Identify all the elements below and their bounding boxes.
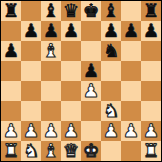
white-king: ♚	[81, 141, 101, 161]
white-rook: ♜	[141, 141, 161, 161]
square-b7[interactable]: ♟	[21, 21, 41, 41]
black-bishop: ♝	[101, 1, 121, 21]
white-pawn: ♟	[61, 121, 81, 141]
white-queen: ♛	[61, 141, 81, 161]
white-knight: ♞	[101, 101, 121, 121]
white-pawn: ♟	[21, 121, 41, 141]
square-d6[interactable]	[61, 41, 81, 61]
white-pawn: ♟	[121, 121, 141, 141]
square-a1[interactable]: ♜	[1, 141, 21, 161]
square-b2[interactable]: ♟	[21, 121, 41, 141]
square-h6[interactable]	[141, 41, 161, 61]
square-a8[interactable]: ♜	[1, 1, 21, 21]
black-pawn: ♟	[1, 41, 21, 61]
white-pawn: ♟	[1, 121, 21, 141]
white-pawn: ♟	[41, 121, 61, 141]
square-b4[interactable]	[21, 81, 41, 101]
black-pawn: ♟	[41, 21, 61, 41]
square-a5[interactable]	[1, 61, 21, 81]
square-e8[interactable]: ♚	[81, 1, 101, 21]
square-e2[interactable]	[81, 121, 101, 141]
square-f3[interactable]: ♞	[101, 101, 121, 121]
square-h4[interactable]	[141, 81, 161, 101]
square-e6[interactable]	[81, 41, 101, 61]
square-d1[interactable]: ♛	[61, 141, 81, 161]
black-pawn: ♟	[141, 21, 161, 41]
square-c1[interactable]: ♝	[41, 141, 61, 161]
square-b3[interactable]	[21, 101, 41, 121]
black-pawn: ♟	[61, 21, 81, 41]
black-pawn: ♟	[101, 21, 121, 41]
square-a2[interactable]: ♟	[1, 121, 21, 141]
square-f4[interactable]	[101, 81, 121, 101]
white-rook: ♜	[1, 141, 21, 161]
black-rook: ♜	[141, 1, 161, 21]
white-bishop: ♝	[41, 41, 61, 61]
square-e4[interactable]: ♟	[81, 81, 101, 101]
square-c6[interactable]: ♝	[41, 41, 61, 61]
square-a6[interactable]: ♟	[1, 41, 21, 61]
black-bishop: ♝	[41, 1, 61, 21]
square-b1[interactable]: ♞	[21, 141, 41, 161]
square-g2[interactable]: ♟	[121, 121, 141, 141]
square-g6[interactable]	[121, 41, 141, 61]
square-f2[interactable]: ♟	[101, 121, 121, 141]
square-c2[interactable]: ♟	[41, 121, 61, 141]
square-h1[interactable]: ♜	[141, 141, 161, 161]
black-pawn: ♟	[21, 21, 41, 41]
square-c5[interactable]	[41, 61, 61, 81]
white-knight: ♞	[21, 141, 41, 161]
square-g8[interactable]	[121, 1, 141, 21]
square-e3[interactable]	[81, 101, 101, 121]
black-pawn: ♟	[81, 61, 101, 81]
square-b6[interactable]	[21, 41, 41, 61]
square-g5[interactable]	[121, 61, 141, 81]
square-c8[interactable]: ♝	[41, 1, 61, 21]
square-g7[interactable]: ♟	[121, 21, 141, 41]
square-h3[interactable]	[141, 101, 161, 121]
square-h2[interactable]: ♟	[141, 121, 161, 141]
square-e5[interactable]: ♟	[81, 61, 101, 81]
square-f1[interactable]	[101, 141, 121, 161]
square-b8[interactable]	[21, 1, 41, 21]
white-pawn: ♟	[81, 81, 101, 101]
square-f8[interactable]: ♝	[101, 1, 121, 21]
square-g1[interactable]	[121, 141, 141, 161]
white-pawn: ♟	[101, 121, 121, 141]
black-pawn: ♟	[121, 21, 141, 41]
square-a3[interactable]	[1, 101, 21, 121]
white-pawn: ♟	[141, 121, 161, 141]
black-king: ♚	[81, 1, 101, 21]
square-c4[interactable]	[41, 81, 61, 101]
square-h8[interactable]: ♜	[141, 1, 161, 21]
square-c7[interactable]: ♟	[41, 21, 61, 41]
black-queen: ♛	[61, 1, 81, 21]
square-f5[interactable]	[101, 61, 121, 81]
square-d5[interactable]	[61, 61, 81, 81]
square-a4[interactable]	[1, 81, 21, 101]
square-d2[interactable]: ♟	[61, 121, 81, 141]
square-g3[interactable]	[121, 101, 141, 121]
square-b5[interactable]	[21, 61, 41, 81]
white-bishop: ♝	[41, 141, 61, 161]
square-h7[interactable]: ♟	[141, 21, 161, 41]
black-knight: ♞	[101, 41, 121, 61]
square-g4[interactable]	[121, 81, 141, 101]
square-d3[interactable]	[61, 101, 81, 121]
chess-board-frame: ♜♝♛♚♝♜♟♟♟♟♟♟♟♝♞♟♟♞♟♟♟♟♟♟♟♜♞♝♛♚♜	[0, 0, 162, 162]
square-a7[interactable]	[1, 21, 21, 41]
square-d7[interactable]: ♟	[61, 21, 81, 41]
square-f6[interactable]: ♞	[101, 41, 121, 61]
square-c3[interactable]	[41, 101, 61, 121]
black-rook: ♜	[1, 1, 21, 21]
square-h5[interactable]	[141, 61, 161, 81]
square-d8[interactable]: ♛	[61, 1, 81, 21]
chess-board: ♜♝♛♚♝♜♟♟♟♟♟♟♟♝♞♟♟♞♟♟♟♟♟♟♟♜♞♝♛♚♜	[1, 1, 161, 161]
square-e7[interactable]	[81, 21, 101, 41]
square-f7[interactable]: ♟	[101, 21, 121, 41]
square-d4[interactable]	[61, 81, 81, 101]
square-e1[interactable]: ♚	[81, 141, 101, 161]
